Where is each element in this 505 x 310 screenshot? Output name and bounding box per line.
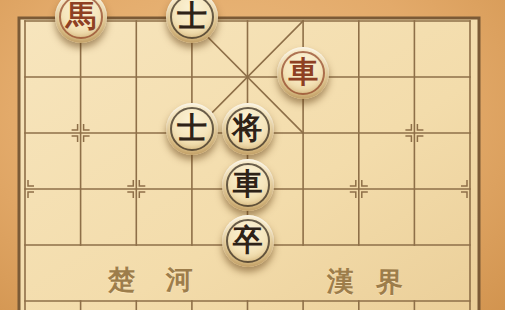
piece-black-chariot[interactable]: 車 [222, 159, 274, 211]
piece-glyph: 卒 [233, 225, 263, 255]
piece-black-general[interactable]: 将 [222, 103, 274, 155]
piece-glyph: 車 [288, 57, 318, 87]
river-label-han-jie: 漢界 [327, 267, 425, 296]
piece-glyph: 士 [177, 113, 207, 143]
piece-red-chariot[interactable]: 車 [277, 47, 329, 99]
piece-glyph: 士 [177, 1, 207, 31]
piece-black-soldier[interactable]: 卒 [222, 215, 274, 267]
river-label-chu-he: 楚河 [108, 266, 224, 293]
piece-black-advisor[interactable]: 士 [166, 103, 218, 155]
piece-glyph: 将 [233, 113, 263, 143]
piece-glyph: 車 [233, 169, 263, 199]
xiangqi-board[interactable]: 楚河 漢界 馬士車士将車卒 [0, 0, 505, 310]
piece-glyph: 馬 [66, 1, 96, 31]
